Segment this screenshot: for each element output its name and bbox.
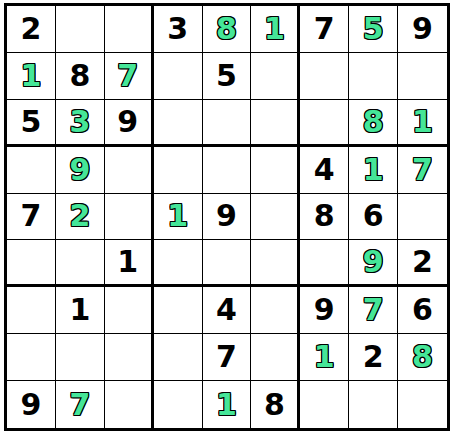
cell-r6c9[interactable]: 2: [398, 240, 447, 287]
cell-r8c4[interactable]: [154, 334, 203, 381]
cell-r6c1[interactable]: [7, 240, 56, 287]
cell-r8c7[interactable]: 1: [300, 334, 349, 381]
cell-r5c9[interactable]: [398, 194, 447, 241]
cell-r4c7[interactable]: 4: [300, 147, 349, 194]
cell-r8c3[interactable]: [105, 334, 154, 381]
cell-r3c4[interactable]: [154, 100, 203, 147]
cell-r3c8[interactable]: 8: [349, 100, 398, 147]
cell-r6c8[interactable]: 9: [349, 240, 398, 287]
cell-r6c6[interactable]: [251, 240, 300, 287]
cell-r1c5[interactable]: 8: [203, 6, 252, 53]
cell-r2c1[interactable]: 1: [7, 53, 56, 100]
cell-r2c3[interactable]: 7: [105, 53, 154, 100]
cell-r4c9[interactable]: 7: [398, 147, 447, 194]
cell-r1c1[interactable]: 2: [7, 6, 56, 53]
cell-r8c9[interactable]: 8: [398, 334, 447, 381]
cell-r5c2[interactable]: 2: [56, 194, 105, 241]
cell-r8c6[interactable]: [251, 334, 300, 381]
cell-r8c5[interactable]: 7: [203, 334, 252, 381]
cell-r9c5[interactable]: 1: [203, 381, 252, 428]
cell-r6c2[interactable]: [56, 240, 105, 287]
cell-r7c1[interactable]: [7, 287, 56, 334]
cell-r9c9[interactable]: [398, 381, 447, 428]
cell-r5c1[interactable]: 7: [7, 194, 56, 241]
cell-r2c8[interactable]: [349, 53, 398, 100]
cell-r3c7[interactable]: [300, 100, 349, 147]
cell-r2c2[interactable]: 8: [56, 53, 105, 100]
cell-r6c4[interactable]: [154, 240, 203, 287]
cell-r1c3[interactable]: [105, 6, 154, 53]
cell-r8c1[interactable]: [7, 334, 56, 381]
cell-r8c2[interactable]: [56, 334, 105, 381]
cell-r9c1[interactable]: 9: [7, 381, 56, 428]
cell-r3c6[interactable]: [251, 100, 300, 147]
cell-r7c8[interactable]: 7: [349, 287, 398, 334]
cell-r2c4[interactable]: [154, 53, 203, 100]
cell-r3c2[interactable]: 3: [56, 100, 105, 147]
cell-r5c8[interactable]: 6: [349, 194, 398, 241]
cell-r5c5[interactable]: 9: [203, 194, 252, 241]
cell-r5c6[interactable]: [251, 194, 300, 241]
sudoku-page: 2381759187553981941772198619214976712897…: [0, 0, 456, 438]
cell-r4c2[interactable]: 9: [56, 147, 105, 194]
cell-r3c5[interactable]: [203, 100, 252, 147]
cell-r7c9[interactable]: 6: [398, 287, 447, 334]
cell-r1c6[interactable]: 1: [251, 6, 300, 53]
cell-r7c6[interactable]: [251, 287, 300, 334]
cell-r7c7[interactable]: 9: [300, 287, 349, 334]
cell-r9c7[interactable]: [300, 381, 349, 428]
cell-r3c1[interactable]: 5: [7, 100, 56, 147]
cell-r4c5[interactable]: [203, 147, 252, 194]
cell-r6c5[interactable]: [203, 240, 252, 287]
cell-r5c4[interactable]: 1: [154, 194, 203, 241]
cell-r3c3[interactable]: 9: [105, 100, 154, 147]
cell-r8c8[interactable]: 2: [349, 334, 398, 381]
cell-r4c1[interactable]: [7, 147, 56, 194]
cell-r4c4[interactable]: [154, 147, 203, 194]
cell-r2c6[interactable]: [251, 53, 300, 100]
cell-r9c8[interactable]: [349, 381, 398, 428]
cell-r7c4[interactable]: [154, 287, 203, 334]
cell-r5c7[interactable]: 8: [300, 194, 349, 241]
sudoku-board: 2381759187553981941772198619214976712897…: [4, 3, 450, 431]
cell-r6c7[interactable]: [300, 240, 349, 287]
cell-r5c3[interactable]: [105, 194, 154, 241]
cell-r1c8[interactable]: 5: [349, 6, 398, 53]
cell-r6c3[interactable]: 1: [105, 240, 154, 287]
cell-r9c4[interactable]: [154, 381, 203, 428]
cell-r4c6[interactable]: [251, 147, 300, 194]
cell-r1c2[interactable]: [56, 6, 105, 53]
cell-r9c2[interactable]: 7: [56, 381, 105, 428]
cell-r4c3[interactable]: [105, 147, 154, 194]
cell-r1c4[interactable]: 3: [154, 6, 203, 53]
cell-r7c2[interactable]: 1: [56, 287, 105, 334]
cell-r3c9[interactable]: 1: [398, 100, 447, 147]
cell-r9c6[interactable]: 8: [251, 381, 300, 428]
cell-r1c7[interactable]: 7: [300, 6, 349, 53]
cell-r7c5[interactable]: 4: [203, 287, 252, 334]
cell-r1c9[interactable]: 9: [398, 6, 447, 53]
cell-r9c3[interactable]: [105, 381, 154, 428]
cell-r2c5[interactable]: 5: [203, 53, 252, 100]
cell-r2c7[interactable]: [300, 53, 349, 100]
cell-r2c9[interactable]: [398, 53, 447, 100]
cell-r7c3[interactable]: [105, 287, 154, 334]
cell-r4c8[interactable]: 1: [349, 147, 398, 194]
